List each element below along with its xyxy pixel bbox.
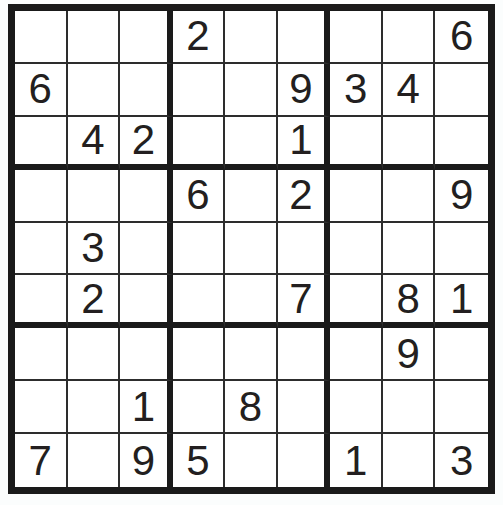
sudoku-cell-given: 8 — [383, 275, 436, 328]
sudoku-cell-empty[interactable] — [383, 434, 436, 487]
sudoku-cell-empty[interactable] — [173, 223, 226, 276]
sudoku-cell-given: 2 — [278, 170, 331, 223]
sudoku-cell-empty[interactable] — [225, 170, 278, 223]
sudoku-cell-given: 6 — [15, 64, 68, 117]
sudoku-cell-empty[interactable] — [225, 328, 278, 381]
sudoku-cell-empty[interactable] — [225, 64, 278, 117]
sudoku-cell-given: 5 — [173, 434, 226, 487]
sudoku-cell-given: 4 — [68, 117, 121, 170]
sudoku-cell-given: 8 — [225, 381, 278, 434]
sudoku-cell-empty[interactable] — [383, 223, 436, 276]
sudoku-cell-empty[interactable] — [173, 64, 226, 117]
sudoku-cell-given: 9 — [278, 64, 331, 117]
sudoku-cell-given: 2 — [68, 275, 121, 328]
sudoku-cell-empty[interactable] — [173, 275, 226, 328]
sudoku-cell-empty[interactable] — [330, 223, 383, 276]
sudoku-cell-empty[interactable] — [435, 223, 488, 276]
sudoku-cell-empty[interactable] — [68, 64, 121, 117]
sudoku-cell-empty[interactable] — [435, 328, 488, 381]
sudoku-cell-empty[interactable] — [225, 11, 278, 64]
sudoku-cell-empty[interactable] — [15, 275, 68, 328]
sudoku-cell-empty[interactable] — [330, 117, 383, 170]
sudoku-cell-empty[interactable] — [68, 170, 121, 223]
sudoku-cell-given: 9 — [120, 434, 173, 487]
sudoku-cell-empty[interactable] — [278, 328, 331, 381]
sudoku-cell-empty[interactable] — [173, 328, 226, 381]
sudoku-cell-empty[interactable] — [330, 328, 383, 381]
sudoku-cell-empty[interactable] — [383, 381, 436, 434]
sudoku-cell-empty[interactable] — [15, 223, 68, 276]
sudoku-cell-empty[interactable] — [330, 11, 383, 64]
sudoku-cell-empty[interactable] — [278, 381, 331, 434]
sudoku-cell-given: 9 — [383, 328, 436, 381]
sudoku-cell-empty[interactable] — [68, 434, 121, 487]
sudoku-cell-empty[interactable] — [68, 11, 121, 64]
sudoku-cell-empty[interactable] — [225, 223, 278, 276]
sudoku-board: 2669344216293278191879513 — [8, 4, 495, 494]
sudoku-cell-empty[interactable] — [120, 328, 173, 381]
sudoku-cell-empty[interactable] — [383, 117, 436, 170]
sudoku-cell-given: 6 — [173, 170, 226, 223]
sudoku-cell-empty[interactable] — [225, 275, 278, 328]
sudoku-cell-empty[interactable] — [225, 117, 278, 170]
sudoku-cell-given: 6 — [435, 11, 488, 64]
sudoku-cell-given: 1 — [330, 434, 383, 487]
sudoku-cell-empty[interactable] — [330, 275, 383, 328]
sudoku-cell-given: 7 — [278, 275, 331, 328]
sudoku-cell-empty[interactable] — [173, 117, 226, 170]
sudoku-cell-empty[interactable] — [330, 381, 383, 434]
sudoku-cell-empty[interactable] — [15, 170, 68, 223]
sudoku-cell-empty[interactable] — [15, 328, 68, 381]
sudoku-cell-empty[interactable] — [68, 328, 121, 381]
sudoku-cell-empty[interactable] — [383, 170, 436, 223]
sudoku-cell-empty[interactable] — [120, 223, 173, 276]
sudoku-cell-given: 7 — [15, 434, 68, 487]
sudoku-cell-empty[interactable] — [120, 11, 173, 64]
sudoku-cell-empty[interactable] — [278, 11, 331, 64]
sudoku-cell-empty[interactable] — [15, 117, 68, 170]
sudoku-cell-empty[interactable] — [15, 381, 68, 434]
sudoku-cell-empty[interactable] — [330, 170, 383, 223]
sudoku-cell-given: 3 — [68, 223, 121, 276]
sudoku-cell-given: 2 — [120, 117, 173, 170]
sudoku-cell-given: 1 — [120, 381, 173, 434]
sudoku-cell-given: 4 — [383, 64, 436, 117]
sudoku-cell-empty[interactable] — [435, 64, 488, 117]
sudoku-cell-empty[interactable] — [120, 64, 173, 117]
sudoku-cell-given: 1 — [278, 117, 331, 170]
sudoku-cell-empty[interactable] — [225, 434, 278, 487]
sudoku-cell-given: 3 — [330, 64, 383, 117]
sudoku-cell-given: 2 — [173, 11, 226, 64]
sudoku-cell-empty[interactable] — [278, 223, 331, 276]
sudoku-cell-empty[interactable] — [383, 11, 436, 64]
sudoku-cell-empty[interactable] — [120, 170, 173, 223]
sudoku-cell-empty[interactable] — [435, 381, 488, 434]
sudoku-cell-empty[interactable] — [68, 381, 121, 434]
sudoku-cell-empty[interactable] — [15, 11, 68, 64]
sudoku-cell-given: 1 — [435, 275, 488, 328]
sudoku-cell-given: 3 — [435, 434, 488, 487]
sudoku-cell-empty[interactable] — [120, 275, 173, 328]
sudoku-cell-empty[interactable] — [278, 434, 331, 487]
sudoku-cell-given: 9 — [435, 170, 488, 223]
sudoku-cell-empty[interactable] — [173, 381, 226, 434]
page: 2669344216293278191879513 — [0, 0, 503, 505]
sudoku-cell-empty[interactable] — [435, 117, 488, 170]
